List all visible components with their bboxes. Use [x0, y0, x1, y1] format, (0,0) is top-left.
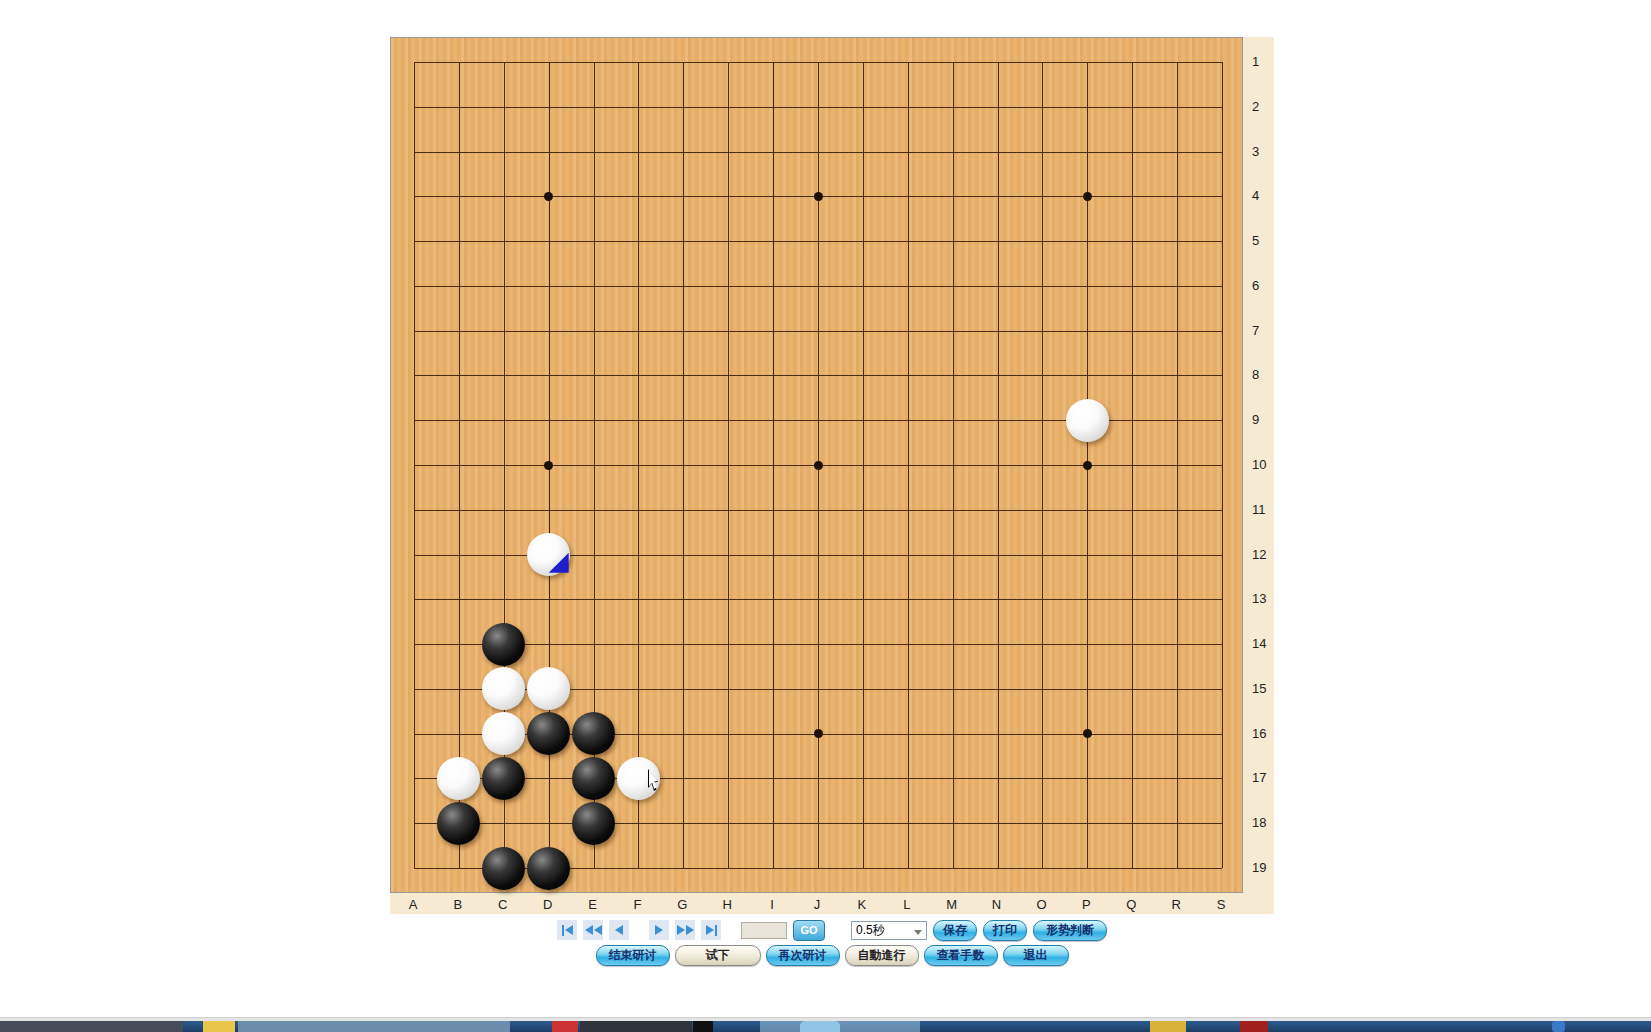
grid-line — [1222, 62, 1223, 868]
grid-line — [863, 62, 864, 868]
jump-to-last-icon[interactable] — [701, 920, 721, 940]
jump-to-first-icon[interactable] — [557, 920, 577, 940]
chevron-down-icon — [914, 930, 922, 935]
grid-line — [1132, 62, 1133, 868]
row-label-13: 13 — [1252, 591, 1272, 606]
grid-line — [414, 644, 1222, 645]
black-stone-C19 — [482, 847, 525, 890]
star-point — [1083, 192, 1092, 201]
delay-select[interactable]: 0.5秒 — [851, 921, 927, 940]
fast-rewind-icon[interactable] — [583, 920, 603, 940]
column-label-M: M — [942, 897, 962, 912]
column-label-J: J — [807, 897, 827, 912]
fast-forward-icon[interactable] — [675, 920, 695, 940]
black-stone-B18 — [437, 802, 480, 845]
row-label-7: 7 — [1252, 323, 1272, 338]
row-label-8: 8 — [1252, 367, 1272, 382]
taskbar-icon[interactable] — [203, 1021, 235, 1032]
auto-advance-button[interactable]: 自動進行 — [845, 945, 919, 966]
star-point — [1083, 461, 1092, 470]
taskbar-segment[interactable] — [580, 1021, 692, 1032]
black-stone-C17 — [482, 757, 525, 800]
column-label-G: G — [672, 897, 692, 912]
star-point — [1083, 729, 1092, 738]
black-stone-E16 — [572, 712, 615, 755]
step-forward-icon[interactable] — [649, 920, 669, 940]
column-label-H: H — [717, 897, 737, 912]
column-label-P: P — [1076, 897, 1096, 912]
score-estimate-button[interactable]: 形势判断 — [1033, 920, 1107, 941]
star-point — [544, 461, 553, 470]
column-label-R: R — [1166, 897, 1186, 912]
taskbar[interactable] — [0, 1021, 1651, 1032]
taskbar-segment[interactable] — [238, 1021, 510, 1032]
restudy-button[interactable]: 再次研讨 — [766, 945, 840, 966]
column-label-F: F — [627, 897, 647, 912]
row-label-18: 18 — [1252, 815, 1272, 830]
move-number-input[interactable] — [741, 922, 787, 939]
row-label-4: 4 — [1252, 188, 1272, 203]
taskbar-segment[interactable] — [0, 1021, 183, 1032]
end-study-button[interactable]: 结束研讨 — [596, 945, 670, 966]
row-label-2: 2 — [1252, 99, 1272, 114]
white-stone-F17 — [617, 757, 660, 800]
star-point — [814, 729, 823, 738]
star-point — [814, 192, 823, 201]
row-coordinate-labels: 12345678910111213141516171819 — [1246, 37, 1274, 893]
column-label-Q: Q — [1121, 897, 1141, 912]
taskbar-icon[interactable] — [1150, 1021, 1186, 1032]
taskbar-icon[interactable] — [1552, 1021, 1565, 1032]
go-board[interactable]: 12345678910111213141516171819 ABCDEFGHIJ… — [390, 37, 1274, 914]
row-label-9: 9 — [1252, 412, 1272, 427]
row-label-14: 14 — [1252, 636, 1272, 651]
grid-line — [908, 62, 909, 868]
delay-select-value: 0.5秒 — [856, 922, 885, 939]
column-label-I: I — [762, 897, 782, 912]
column-label-E: E — [583, 897, 603, 912]
white-stone-D12 — [527, 533, 570, 576]
row-label-5: 5 — [1252, 233, 1272, 248]
row-label-1: 1 — [1252, 54, 1272, 69]
row-label-10: 10 — [1252, 457, 1272, 472]
grid-line — [414, 599, 1222, 600]
column-label-A: A — [403, 897, 423, 912]
white-stone-P9 — [1066, 399, 1109, 442]
row-label-19: 19 — [1252, 860, 1272, 875]
try-move-button[interactable]: 试下 — [675, 945, 761, 966]
view-move-count-button[interactable]: 查看手数 — [924, 945, 998, 966]
row-label-3: 3 — [1252, 144, 1272, 159]
star-point — [814, 461, 823, 470]
row-label-6: 6 — [1252, 278, 1272, 293]
save-button[interactable]: 保存 — [933, 920, 977, 941]
column-label-O: O — [1031, 897, 1051, 912]
grid-line — [953, 62, 954, 868]
column-label-S: S — [1211, 897, 1231, 912]
grid-line — [414, 510, 1222, 511]
grid-line — [998, 62, 999, 868]
last-move-marker-icon — [549, 553, 569, 573]
grid-line — [1177, 62, 1178, 868]
black-stone-E18 — [572, 802, 615, 845]
taskbar-icon[interactable] — [1240, 1021, 1268, 1032]
grid-line — [1042, 62, 1043, 868]
column-label-L: L — [897, 897, 917, 912]
black-stone-E17 — [572, 757, 615, 800]
go-client-window: { "game": "go", "app_context": "online g… — [0, 0, 1651, 1032]
grid-line — [414, 823, 1222, 824]
column-label-D: D — [538, 897, 558, 912]
black-stone-D19 — [527, 847, 570, 890]
step-back-icon[interactable] — [609, 920, 629, 940]
column-label-C: C — [493, 897, 513, 912]
print-button[interactable]: 打印 — [983, 920, 1027, 941]
column-label-N: N — [987, 897, 1007, 912]
row-label-11: 11 — [1252, 502, 1272, 517]
row-label-15: 15 — [1252, 681, 1272, 696]
black-stone-C14 — [482, 623, 525, 666]
column-coordinate-labels: ABCDEFGHIJKLMNOPQRS — [390, 894, 1243, 914]
control-bar: GO 0.5秒 保存 打印 形势判断 结束研讨 试下 再次研讨 自動進行 查看手… — [390, 919, 1274, 966]
go-button[interactable]: GO — [793, 920, 825, 941]
grid-line — [414, 778, 1222, 779]
taskbar-segment[interactable] — [760, 1021, 920, 1032]
row-label-16: 16 — [1252, 726, 1272, 741]
row-label-17: 17 — [1252, 770, 1272, 785]
taskbar-icon[interactable] — [552, 1021, 578, 1032]
star-point — [544, 192, 553, 201]
exit-button[interactable]: 退出 — [1003, 945, 1069, 966]
column-label-K: K — [852, 897, 872, 912]
taskbar-icon[interactable] — [693, 1021, 713, 1032]
column-label-B: B — [448, 897, 468, 912]
board-wood-surface[interactable] — [390, 37, 1243, 893]
row-label-12: 12 — [1252, 547, 1272, 562]
